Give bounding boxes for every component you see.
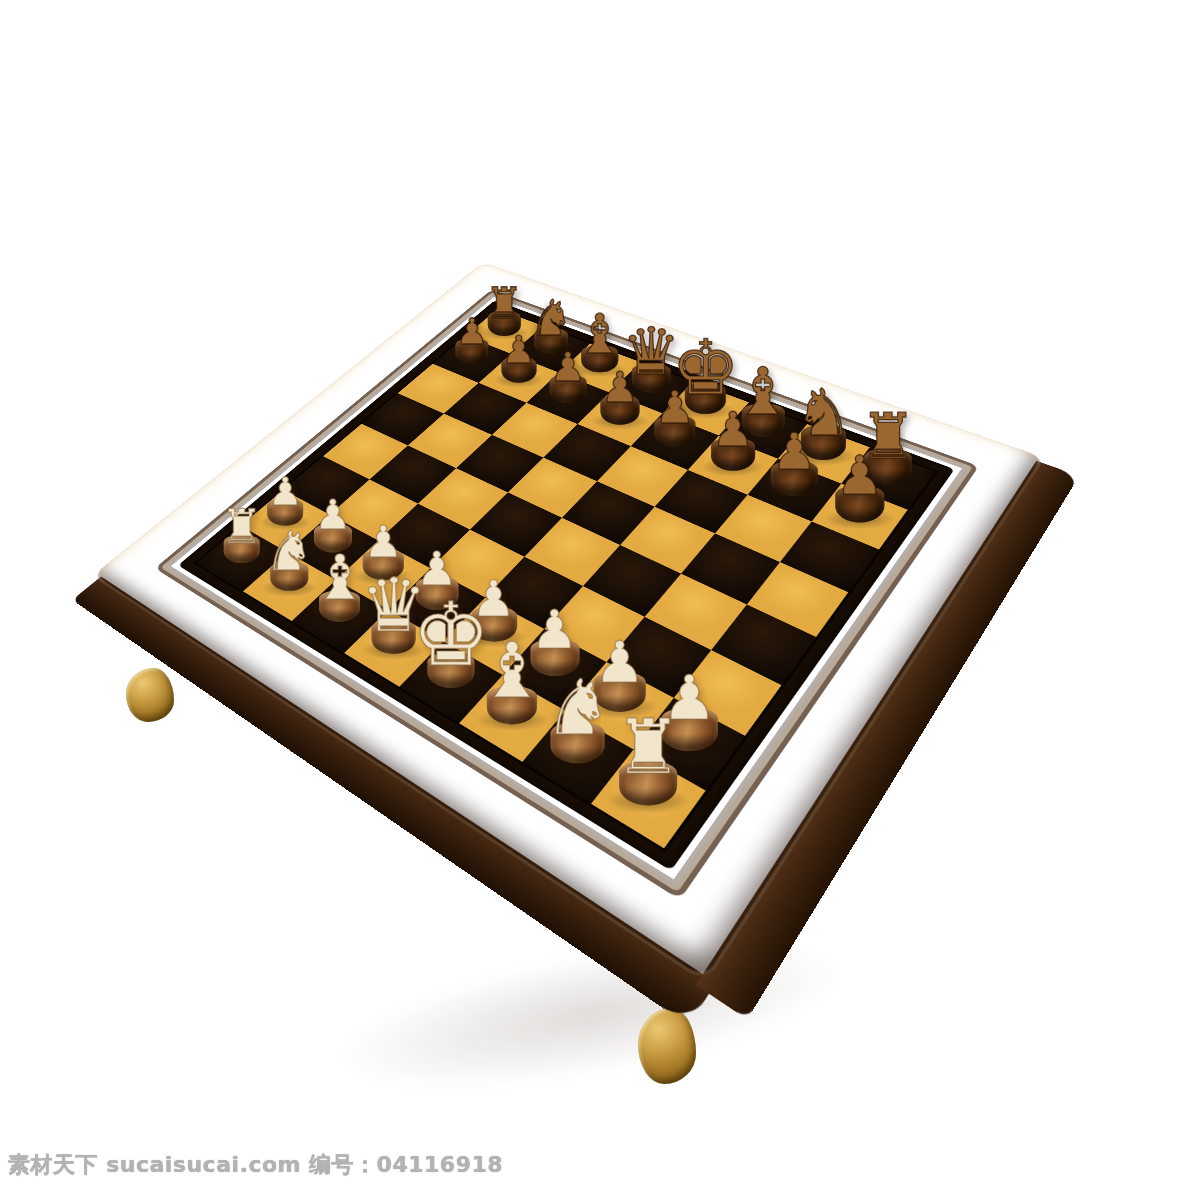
piece-black-pawn-g7[interactable]: ♟ xyxy=(771,427,817,496)
white-knight-icon: ♞ xyxy=(543,670,612,747)
chess-photo-scene: ♜♞♝♛♚♝♞♜♟♟♟♟♟♟♟♟♟♟♟♟♟♟♟♟♜♞♝♛♚♝♞♜ 素材天下 su… xyxy=(0,0,1200,1200)
pieces-layer: ♜♞♝♛♚♝♞♜♟♟♟♟♟♟♟♟♟♟♟♟♟♟♟♟♜♞♝♛♚♝♞♜ xyxy=(0,0,1200,1200)
piece-shadow xyxy=(592,412,648,430)
piece-white-pawn-a2[interactable]: ♟ xyxy=(267,472,303,525)
piece-shadow xyxy=(645,434,704,453)
black-pawn-icon: ♟ xyxy=(502,331,536,369)
black-pawn-icon: ♟ xyxy=(655,385,695,430)
piece-black-pawn-e7[interactable]: ♟ xyxy=(654,385,695,447)
white-bishop-icon: ♝ xyxy=(478,634,546,710)
black-pawn-icon: ♟ xyxy=(550,348,586,388)
black-pawn-icon: ♟ xyxy=(772,427,817,478)
black-pawn-icon: ♟ xyxy=(835,449,883,503)
piece-shadow xyxy=(541,391,594,408)
watermark-text: 素材天下 sucaisucai.com 编号：04116918 xyxy=(8,1150,503,1180)
piece-black-pawn-b7[interactable]: ♟ xyxy=(501,331,536,383)
piece-black-pawn-a7[interactable]: ♟ xyxy=(455,314,488,364)
piece-black-pawn-f7[interactable]: ♟ xyxy=(711,406,755,471)
piece-black-pawn-h7[interactable]: ♟ xyxy=(835,449,884,523)
piece-shadow xyxy=(493,372,543,388)
white-pawn-icon: ♟ xyxy=(314,495,351,536)
black-pawn-icon: ♟ xyxy=(711,406,754,454)
piece-white-rook-h1[interactable]: ♜ xyxy=(614,710,682,806)
black-pawn-icon: ♟ xyxy=(456,314,489,350)
white-pawn-icon: ♟ xyxy=(268,472,303,511)
white-pawn-icon: ♟ xyxy=(363,520,402,564)
white-rook-icon: ♜ xyxy=(614,710,682,786)
piece-shadow xyxy=(701,457,764,477)
piece-white-knight-b1[interactable]: ♞ xyxy=(265,524,314,591)
piece-white-rook-a1[interactable]: ♜ xyxy=(221,503,264,563)
piece-shadow xyxy=(606,787,690,813)
piece-shadow xyxy=(761,481,828,502)
white-rook-icon: ♜ xyxy=(221,503,264,550)
piece-white-knight-g1[interactable]: ♞ xyxy=(543,670,612,764)
black-pawn-icon: ♟ xyxy=(601,366,639,409)
piece-black-pawn-c7[interactable]: ♟ xyxy=(549,348,586,403)
piece-shadow xyxy=(448,353,496,368)
piece-black-pawn-d7[interactable]: ♟ xyxy=(600,366,639,424)
white-knight-icon: ♞ xyxy=(265,524,314,579)
black-rook-icon: ♜ xyxy=(485,282,523,325)
piece-white-bishop-f1[interactable]: ♝ xyxy=(478,634,546,725)
piece-shadow xyxy=(824,507,895,529)
